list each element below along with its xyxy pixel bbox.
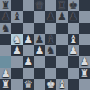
square-e3[interactable] [45,56,56,67]
square-d5[interactable]: ♟ [34,34,45,45]
square-f3[interactable] [56,56,67,67]
square-a2[interactable]: ♟ [0,68,11,79]
square-d6[interactable] [34,23,45,34]
square-d8[interactable]: ♛ [34,0,45,11]
square-d3[interactable] [34,56,45,67]
square-g1[interactable] [68,79,79,90]
square-e7[interactable]: ♟ [45,11,56,22]
piece-a7: ♟ [1,11,10,22]
piece-a2: ♟ [1,68,10,79]
piece-g5: ♝ [68,34,77,45]
piece-c5: ♟ [23,34,32,45]
square-d4[interactable]: ♟ [34,45,45,56]
square-g7[interactable]: ♟ [68,11,79,22]
square-f1[interactable]: ♝ [56,79,67,90]
piece-e4: ♞ [46,45,55,56]
piece-d8: ♛ [35,0,44,11]
piece-f1: ♝ [57,79,66,90]
square-b2[interactable] [11,68,22,79]
square-c6[interactable] [23,23,34,34]
square-g8[interactable]: ♚ [68,0,79,11]
piece-b5: ♞ [12,34,21,45]
square-d2[interactable] [34,68,45,79]
square-h7[interactable] [79,11,90,22]
square-c4[interactable] [23,45,34,56]
square-a3-lastmove-from[interactable] [0,56,11,67]
chess-board: ♜ ♛ ♜ ♚ ♟ ♝ ♟ ♟ ♟ ♞ ♞ ♟ ♟ ♝ ♝ ♟ ♟ ♞ ♟ ♟ … [0,0,90,90]
square-e4[interactable]: ♞ [45,45,56,56]
square-e6[interactable] [45,23,56,34]
piece-d4: ♟ [35,45,44,56]
piece-g8: ♚ [68,0,77,11]
square-h5[interactable] [79,34,90,45]
square-f7[interactable]: ♟ [56,11,67,22]
square-a4[interactable] [0,45,11,56]
piece-f7: ♟ [57,11,66,22]
square-g2[interactable] [68,68,79,79]
square-f5[interactable] [56,34,67,45]
square-g3[interactable] [68,56,79,67]
square-b8[interactable] [11,0,22,11]
piece-d5: ♟ [35,34,44,45]
piece-g4: ♟ [68,45,77,56]
square-f8[interactable]: ♜ [56,0,67,11]
square-e2[interactable] [45,68,56,79]
square-f2[interactable] [56,68,67,79]
piece-b7: ♝ [12,11,21,22]
square-a6[interactable]: ♞ [0,23,11,34]
square-c1[interactable]: ♛ [23,79,34,90]
square-c5[interactable]: ♟ [23,34,34,45]
square-b5-lastmove-to[interactable]: ♞ [11,34,22,45]
piece-e1: ♚ [46,79,55,90]
piece-a8: ♜ [1,0,10,11]
square-b7[interactable]: ♝ [11,11,22,22]
piece-h3: ♟ [80,56,89,67]
piece-e5: ♝ [46,34,55,45]
square-h6[interactable] [79,23,90,34]
square-a1[interactable]: ♜ [0,79,11,90]
piece-b4: ♟ [12,45,21,56]
square-b3[interactable] [11,56,22,67]
square-f4[interactable] [56,45,67,56]
square-h4[interactable] [79,45,90,56]
piece-f8: ♜ [57,0,66,11]
square-a7[interactable]: ♟ [0,11,11,22]
square-a5[interactable] [0,34,11,45]
square-h3[interactable]: ♟ [79,56,90,67]
square-c3[interactable]: ♟ [23,56,34,67]
square-g6[interactable] [68,23,79,34]
piece-a1: ♜ [1,79,10,90]
square-f6[interactable] [56,23,67,34]
piece-a6: ♞ [1,23,10,34]
square-c2[interactable] [23,68,34,79]
piece-e7: ♟ [46,11,55,22]
square-b6[interactable] [11,23,22,34]
square-e8[interactable] [45,0,56,11]
square-h1[interactable] [79,79,90,90]
piece-g7: ♟ [68,11,77,22]
square-d7[interactable] [34,11,45,22]
square-g5[interactable]: ♝ [68,34,79,45]
square-h8[interactable] [79,0,90,11]
piece-c1: ♛ [23,79,32,90]
square-c7[interactable] [23,11,34,22]
square-e5[interactable]: ♝ [45,34,56,45]
square-b1[interactable] [11,79,22,90]
square-h2[interactable]: ♜ [79,68,90,79]
piece-h2: ♜ [80,68,89,79]
square-e1[interactable]: ♚ [45,79,56,90]
square-b4[interactable]: ♟ [11,45,22,56]
piece-c3: ♟ [23,56,32,67]
square-c8[interactable] [23,0,34,11]
square-d1[interactable] [34,79,45,90]
square-a8[interactable]: ♜ [0,0,11,11]
square-g4[interactable]: ♟ [68,45,79,56]
